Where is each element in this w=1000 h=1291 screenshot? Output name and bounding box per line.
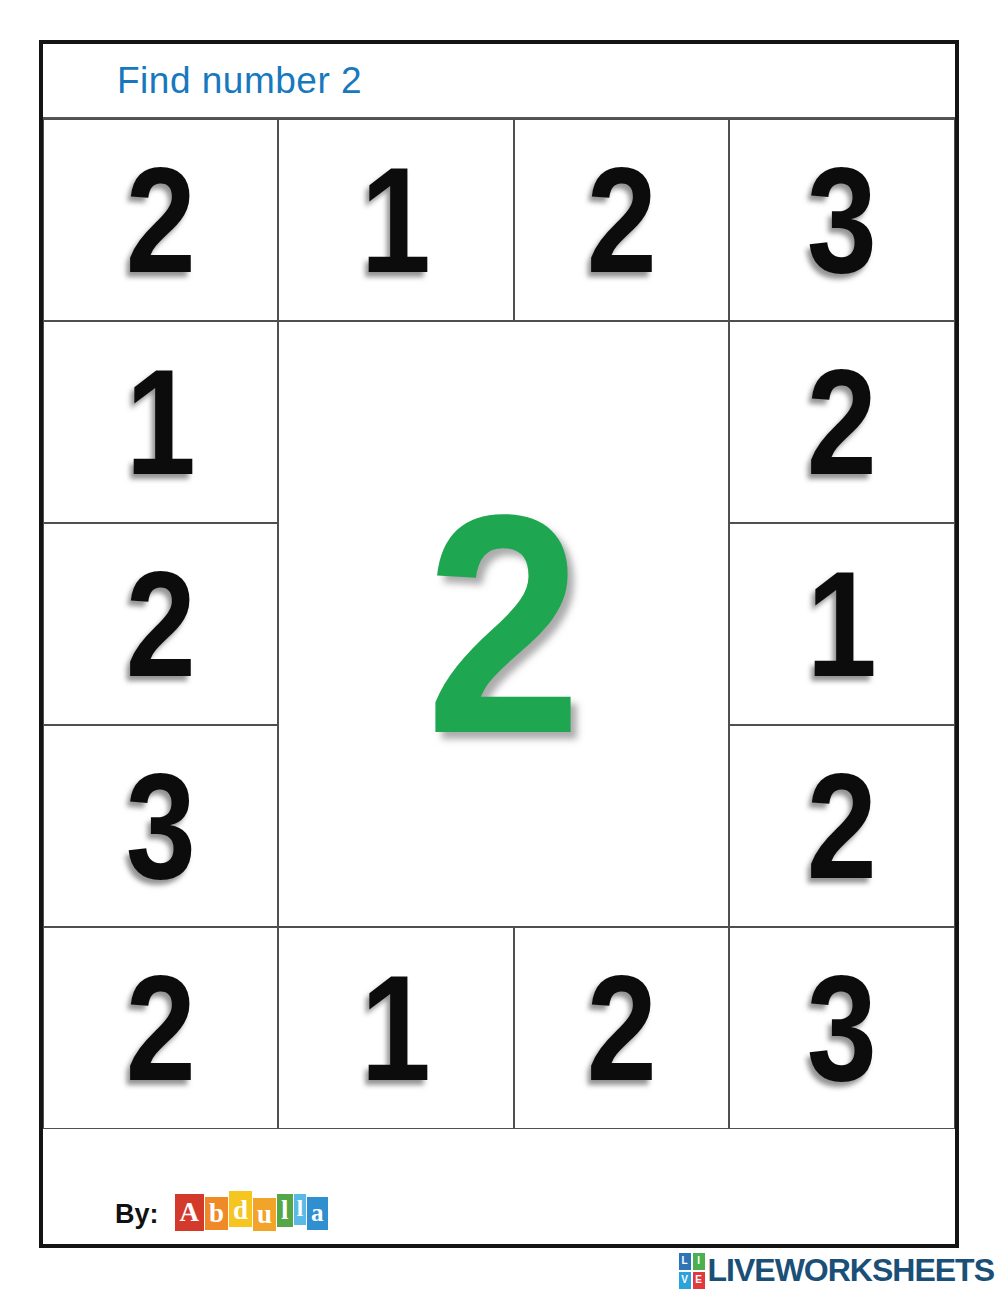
author-letter-tile: A — [175, 1194, 205, 1231]
number-cell-r2c4[interactable]: 2 — [729, 321, 955, 523]
number-digit: 2 — [125, 953, 195, 1103]
author-letter-tile: l — [294, 1194, 306, 1224]
liveworksheets-icon: L I V E — [679, 1253, 705, 1289]
number-digit: 2 — [586, 953, 656, 1103]
number-cell-r3c4[interactable]: 1 — [729, 523, 955, 725]
icon-tile-L: L — [679, 1253, 691, 1270]
number-cell-r5c4[interactable]: 3 — [729, 927, 955, 1129]
author-letter-tile: u — [253, 1198, 276, 1231]
liveworksheets-logo[interactable]: L I V E LIVEWORKSHEETS — [679, 1251, 994, 1290]
number-digit: 2 — [125, 145, 195, 295]
number-digit: 3 — [807, 953, 877, 1103]
number-cell-r2c1[interactable]: 1 — [43, 321, 278, 523]
author-letter-tile: b — [205, 1197, 228, 1230]
number-grid: 2 1 2 3 1 2 2 2 1 3 2 2 1 2 3 — [43, 119, 955, 1129]
number-cell-r1c1[interactable]: 2 — [43, 119, 278, 321]
title-row: Find number 2 — [43, 44, 955, 119]
liveworksheets-wordmark: LIVEWORKSHEETS — [708, 1252, 994, 1289]
worksheet-frame: Find number 2 2 1 2 3 1 2 2 2 1 3 2 2 1 … — [39, 40, 959, 1248]
number-cell-r1c4[interactable]: 3 — [729, 119, 955, 321]
number-digit: 2 — [807, 751, 877, 901]
target-number-digit: 2 — [425, 468, 581, 780]
footer-row: By: A b d u l l a — [43, 1129, 955, 1244]
number-digit: 2 — [125, 549, 195, 699]
target-number-cell: 2 — [278, 321, 729, 927]
icon-tile-I: I — [693, 1253, 705, 1270]
icon-tile-V: V — [679, 1272, 691, 1289]
number-digit: 3 — [125, 751, 195, 901]
number-cell-r3c1[interactable]: 2 — [43, 523, 278, 725]
number-digit: 1 — [361, 145, 431, 295]
number-cell-r1c2[interactable]: 1 — [278, 119, 514, 321]
number-cell-r1c3[interactable]: 2 — [514, 119, 729, 321]
number-digit: 3 — [807, 145, 877, 295]
number-cell-r4c4[interactable]: 2 — [729, 725, 955, 927]
number-cell-r5c3[interactable]: 2 — [514, 927, 729, 1129]
author-letter-tile: a — [307, 1197, 328, 1230]
page-title: Find number 2 — [117, 60, 362, 102]
author-logo: A b d u l l a — [175, 1193, 329, 1230]
number-digit: 1 — [361, 953, 431, 1103]
number-digit: 1 — [807, 549, 877, 699]
author-letter-tile: d — [229, 1191, 252, 1227]
icon-tile-E: E — [693, 1272, 705, 1289]
author-letter-tile: l — [277, 1194, 293, 1227]
number-digit: 2 — [586, 145, 656, 295]
number-cell-r5c2[interactable]: 1 — [278, 927, 514, 1129]
number-cell-r4c1[interactable]: 3 — [43, 725, 278, 927]
number-digit: 2 — [807, 347, 877, 497]
number-digit: 1 — [125, 347, 195, 497]
number-cell-r5c1[interactable]: 2 — [43, 927, 278, 1129]
author-by-label: By: — [115, 1193, 159, 1230]
